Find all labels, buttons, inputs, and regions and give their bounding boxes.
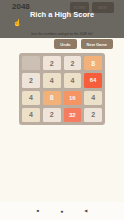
tile-4: 4 — [84, 91, 102, 105]
home-icon[interactable]: ● — [60, 209, 63, 214]
tile-64: 64 — [84, 73, 102, 87]
tile-4: 4 — [22, 91, 40, 105]
toolbar: Undo New Game — [54, 39, 113, 49]
tile-2: 2 — [43, 108, 61, 122]
recents-icon[interactable]: ■ — [37, 209, 39, 213]
tile-2: 2 — [64, 56, 82, 70]
new-game-button[interactable]: New Game — [81, 39, 113, 49]
tile-16: 16 — [64, 91, 82, 105]
tutorial-message: Rich a High Score — [0, 10, 124, 19]
tile-4: 4 — [64, 73, 82, 87]
empty-cell — [22, 56, 40, 70]
back-icon[interactable]: ◀ — [84, 209, 87, 213]
hand-pointer-icon: ☝ — [13, 19, 22, 26]
android-nav-bar: ■ ● ◀ — [0, 202, 124, 220]
tile-4: 4 — [22, 108, 40, 122]
tile-2: 2 — [84, 108, 102, 122]
tile-8: 8 — [84, 56, 102, 70]
tile-4: 4 — [43, 73, 61, 87]
undo-button[interactable]: Undo — [54, 39, 76, 49]
tile-32: 32 — [64, 108, 82, 122]
tutorial-overlay[interactable]: Rich a High Score ☝ — [0, 0, 124, 38]
tile-2: 2 — [43, 56, 61, 70]
tile-2: 2 — [22, 73, 40, 87]
game-board[interactable]: 228244644816442322 — [19, 53, 105, 125]
tile-8: 8 — [43, 91, 61, 105]
